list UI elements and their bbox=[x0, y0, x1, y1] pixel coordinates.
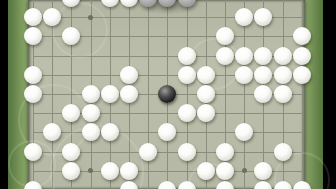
white-stone bbox=[158, 181, 176, 189]
white-stone bbox=[24, 8, 42, 26]
white-stone bbox=[139, 143, 157, 161]
white-stone bbox=[274, 47, 292, 65]
white-stone bbox=[24, 66, 42, 84]
board-overlay bbox=[0, 0, 336, 189]
white-stone bbox=[274, 85, 292, 103]
white-stone bbox=[254, 162, 272, 180]
white-stone bbox=[120, 66, 138, 84]
white-stone bbox=[120, 85, 138, 103]
white-stone bbox=[101, 162, 119, 180]
white-stone bbox=[254, 181, 272, 189]
white-stone bbox=[235, 47, 253, 65]
white-stone bbox=[24, 85, 42, 103]
white-stone bbox=[82, 123, 100, 141]
white-stone bbox=[274, 66, 292, 84]
white-stone bbox=[197, 104, 215, 122]
white-stone bbox=[293, 47, 311, 65]
white-stone bbox=[274, 143, 292, 161]
white-stone bbox=[235, 66, 253, 84]
white-stone bbox=[82, 85, 100, 103]
white-stone bbox=[254, 66, 272, 84]
white-stone bbox=[24, 27, 42, 45]
black-stone bbox=[158, 85, 176, 103]
decorative-ring bbox=[52, 2, 108, 58]
white-stone bbox=[197, 66, 215, 84]
white-stone bbox=[254, 85, 272, 103]
white-stone bbox=[235, 123, 253, 141]
white-stone bbox=[216, 143, 234, 161]
white-stone bbox=[101, 0, 119, 7]
white-stone bbox=[197, 162, 215, 180]
white-stone bbox=[216, 162, 234, 180]
white-stone bbox=[293, 66, 311, 84]
white-stone bbox=[62, 143, 80, 161]
white-stone bbox=[197, 85, 215, 103]
white-stone bbox=[254, 47, 272, 65]
white-stone bbox=[178, 104, 196, 122]
white-stone bbox=[24, 143, 42, 161]
white-stone bbox=[178, 66, 196, 84]
white-stone bbox=[293, 27, 311, 45]
white-stone bbox=[158, 123, 176, 141]
white-stone bbox=[254, 8, 272, 26]
decorative-ring bbox=[188, 38, 240, 90]
white-stone bbox=[101, 85, 119, 103]
white-stone bbox=[82, 104, 100, 122]
star-point bbox=[242, 168, 247, 173]
white-stone bbox=[235, 8, 253, 26]
white-stone bbox=[178, 143, 196, 161]
game-screen bbox=[0, 0, 336, 189]
white-stone bbox=[178, 47, 196, 65]
white-stone bbox=[120, 162, 138, 180]
white-stone bbox=[216, 27, 234, 45]
white-stone bbox=[216, 47, 234, 65]
